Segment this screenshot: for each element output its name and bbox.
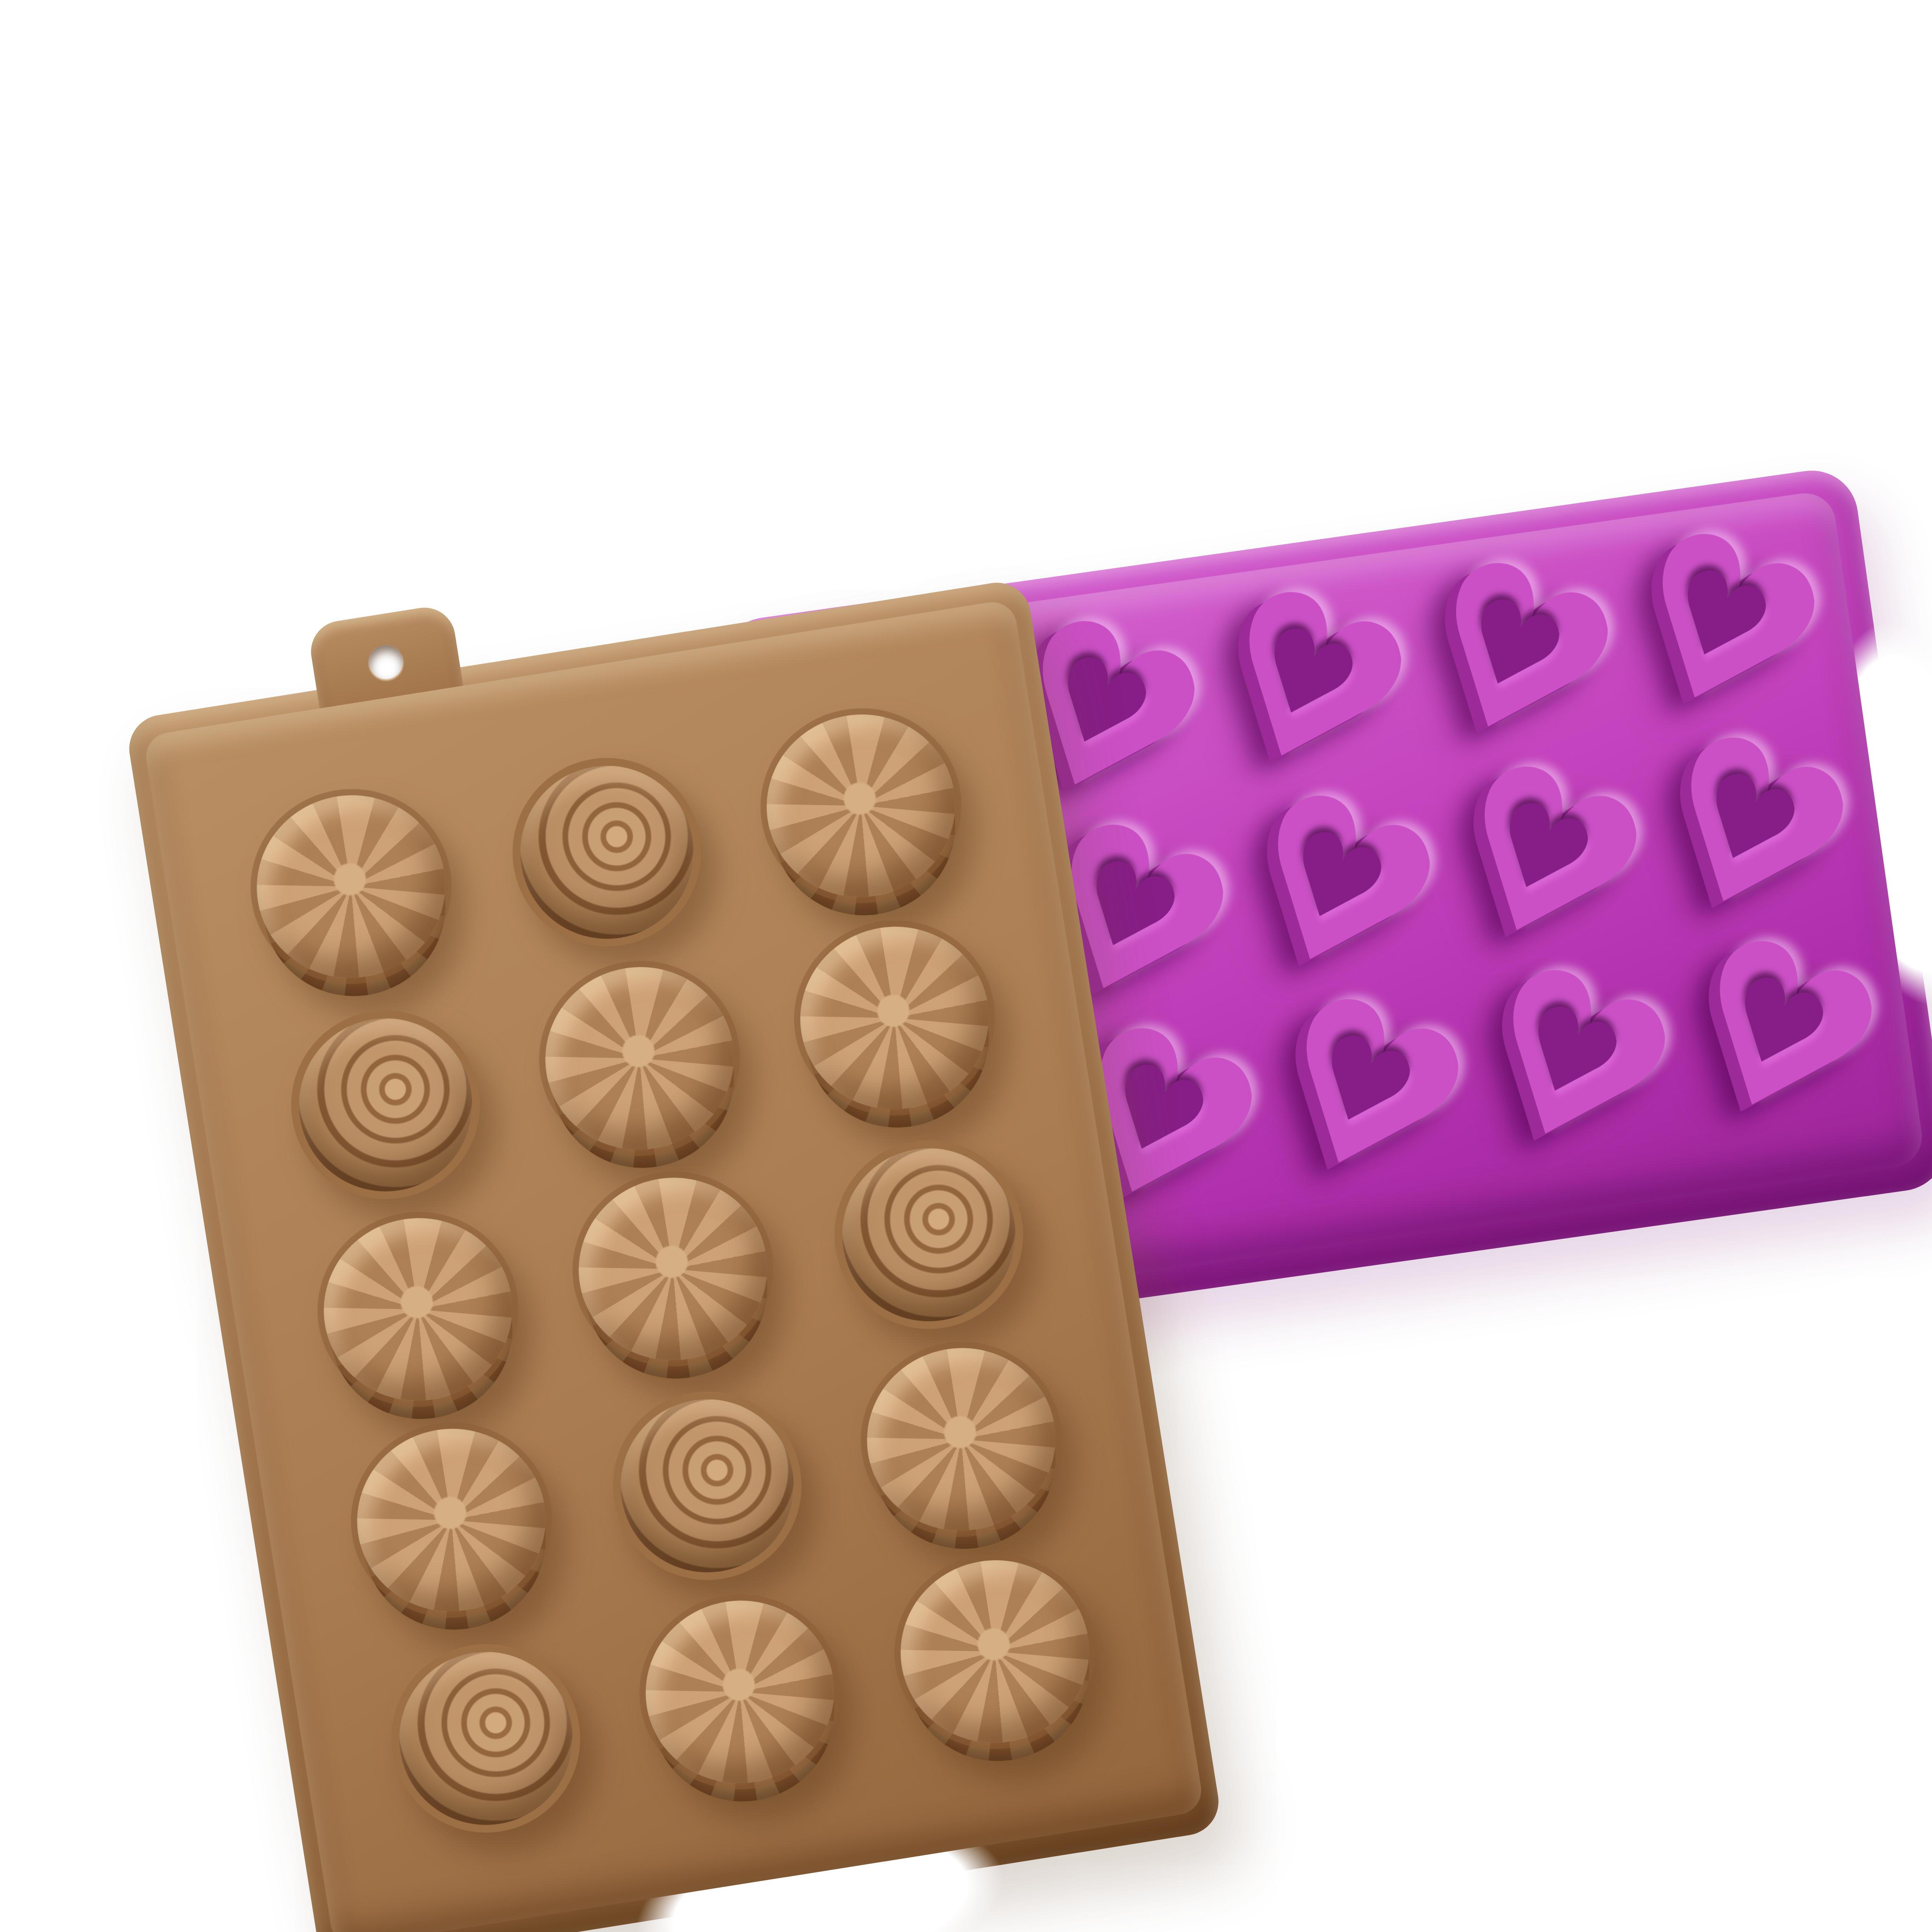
daisy-bump (788, 915, 1003, 1131)
heart-bump: ♥♥ (1243, 975, 1477, 1208)
daisy-bump (311, 1207, 526, 1423)
rose-bump (499, 745, 715, 960)
rose-bump (378, 1630, 593, 1846)
daisy-bump (855, 1338, 1070, 1554)
rose-swirl (378, 1630, 593, 1846)
rose-swirl (499, 745, 715, 960)
daisy-bump (566, 1167, 782, 1383)
heart-bump: ♥♥ (1656, 917, 1889, 1150)
daisy-bump (344, 1419, 560, 1634)
rose-swirl (277, 997, 493, 1212)
daisy-petals (854, 1335, 1069, 1545)
daisy-bump (633, 1590, 849, 1805)
rose-swirl (821, 1127, 1037, 1342)
daisy-bump (532, 956, 748, 1172)
tab-hole (366, 643, 405, 682)
rose-bump (821, 1127, 1037, 1342)
rose-bump (277, 997, 493, 1212)
rose-swirl (599, 1379, 815, 1594)
daisy-bump (243, 785, 459, 1001)
daisy-bump (755, 704, 970, 920)
rose-bump (599, 1379, 815, 1594)
heart-bump: ♥♥ (1450, 946, 1683, 1179)
flower-cavity-grid (207, 686, 1141, 1864)
daisy-bump (888, 1549, 1104, 1765)
product-photo-scene: ♥♥♥♥♥♥♥♥♥♥♥♥♥♥♥♥♥♥♥♥♥♥♥♥♥♥♥♥♥♥ (0, 0, 1932, 1932)
